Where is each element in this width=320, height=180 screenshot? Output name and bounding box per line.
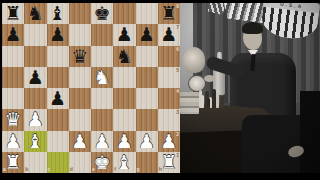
file-label-a: a	[3, 167, 6, 172]
piece-white-rook-h1[interactable]: ♜	[160, 152, 177, 171]
piece-white-queen-a3[interactable]: ♛	[5, 110, 22, 129]
square-e5[interactable]: ♞	[91, 67, 113, 88]
square-h1[interactable]: ♜h1	[158, 152, 180, 173]
piece-black-pawn-h7[interactable]: ♟	[160, 25, 177, 44]
piece-black-rook-h8[interactable]: ♜	[160, 4, 177, 23]
square-g5[interactable]	[136, 67, 158, 88]
square-c3[interactable]	[47, 109, 69, 130]
piece-white-pawn-h2[interactable]: ♟	[160, 131, 177, 150]
piece-black-pawn-f7[interactable]: ♟	[116, 25, 133, 44]
photo-vignette	[180, 3, 320, 173]
square-g7[interactable]: ♟	[136, 24, 158, 45]
chess-board[interactable]: ♜♞♝♚♜8♟♟♟♟♟7♛♞6♟♞5♟4♛♟3♟♝♟♟♟♟♟2♜abcd♚e♝f…	[2, 3, 180, 173]
square-a4[interactable]	[2, 88, 24, 109]
square-f1[interactable]: ♝f	[113, 152, 135, 173]
piece-black-pawn-a7[interactable]: ♟	[5, 25, 22, 44]
file-label-b: b	[25, 167, 28, 172]
square-f4[interactable]	[113, 88, 135, 109]
square-h4[interactable]: 4	[158, 88, 180, 109]
square-g6[interactable]	[136, 46, 158, 67]
square-c5[interactable]	[47, 67, 69, 88]
thumbnail-stage: ♜♞♝♚♜8♟♟♟♟♟7♛♞6♟♞5♟4♛♟3♟♝♟♟♟♟♟2♜abcd♚e♝f…	[0, 0, 320, 180]
piece-white-knight-e5[interactable]: ♞	[94, 67, 111, 86]
piece-black-rook-a8[interactable]: ♜	[5, 4, 22, 23]
piece-black-king-e8[interactable]: ♚	[94, 4, 111, 23]
square-b4[interactable]	[24, 88, 46, 109]
square-a7[interactable]: ♟	[2, 24, 24, 45]
square-d1[interactable]: d	[69, 152, 91, 173]
square-h7[interactable]: ♟7	[158, 24, 180, 45]
piece-black-bishop-c8[interactable]: ♝	[49, 4, 66, 23]
square-g2[interactable]: ♟	[136, 131, 158, 152]
rank-label-8: 8	[176, 4, 179, 9]
square-e6[interactable]	[91, 46, 113, 67]
square-e4[interactable]	[91, 88, 113, 109]
square-a2[interactable]: ♟	[2, 131, 24, 152]
square-b2[interactable]: ♝	[24, 131, 46, 152]
square-g4[interactable]	[136, 88, 158, 109]
square-e7[interactable]	[91, 24, 113, 45]
piece-white-pawn-a2[interactable]: ♟	[5, 131, 22, 150]
square-c8[interactable]: ♝	[47, 3, 69, 24]
piece-white-pawn-d2[interactable]: ♟	[71, 131, 88, 150]
square-c2[interactable]	[47, 131, 69, 152]
piece-white-pawn-e2[interactable]: ♟	[94, 131, 111, 150]
piece-white-bishop-b2[interactable]: ♝	[27, 131, 44, 150]
square-d2[interactable]: ♟	[69, 131, 91, 152]
square-g3[interactable]	[136, 109, 158, 130]
square-c4[interactable]: ♟	[47, 88, 69, 109]
piece-white-pawn-b3[interactable]: ♟	[27, 110, 44, 129]
square-f3[interactable]	[113, 109, 135, 130]
piece-white-pawn-g2[interactable]: ♟	[138, 131, 155, 150]
file-label-h: h	[159, 167, 162, 172]
rank-label-5: 5	[176, 68, 179, 73]
square-c7[interactable]: ♟	[47, 24, 69, 45]
square-d5[interactable]	[69, 67, 91, 88]
square-e1[interactable]: ♚e	[91, 152, 113, 173]
square-b8[interactable]: ♞	[24, 3, 46, 24]
file-label-g: g	[137, 167, 140, 172]
square-e2[interactable]: ♟	[91, 131, 113, 152]
piece-white-bishop-f1[interactable]: ♝	[116, 152, 133, 171]
piece-black-pawn-c7[interactable]: ♟	[49, 25, 66, 44]
piece-white-pawn-f2[interactable]: ♟	[116, 131, 133, 150]
square-b6[interactable]	[24, 46, 46, 67]
square-a3[interactable]: ♛	[2, 109, 24, 130]
square-b7[interactable]	[24, 24, 46, 45]
square-d6[interactable]: ♛	[69, 46, 91, 67]
square-f8[interactable]	[113, 3, 135, 24]
rank-label-2: 2	[176, 132, 179, 137]
rank-label-6: 6	[176, 47, 179, 52]
piece-white-rook-a1[interactable]: ♜	[5, 152, 22, 171]
square-d3[interactable]	[69, 109, 91, 130]
piece-black-knight-b8[interactable]: ♞	[27, 4, 44, 23]
square-f7[interactable]: ♟	[113, 24, 135, 45]
piece-black-queen-d6[interactable]: ♛	[71, 46, 88, 65]
square-c6[interactable]	[47, 46, 69, 67]
square-g8[interactable]	[136, 3, 158, 24]
rank-label-1: 1	[176, 153, 179, 158]
square-h6[interactable]: 6	[158, 46, 180, 67]
rank-label-7: 7	[176, 25, 179, 30]
square-b1[interactable]: b	[24, 152, 46, 173]
file-label-d: d	[70, 167, 73, 172]
player-photo: U.S.A	[180, 3, 320, 173]
piece-black-knight-f6[interactable]: ♞	[116, 46, 133, 65]
rank-label-4: 4	[176, 89, 179, 94]
piece-black-pawn-g7[interactable]: ♟	[138, 25, 155, 44]
square-c1[interactable]: c	[47, 152, 69, 173]
piece-white-king-e1[interactable]: ♚	[94, 152, 111, 171]
square-g1[interactable]: g	[136, 152, 158, 173]
square-e3[interactable]	[91, 109, 113, 130]
square-a8[interactable]: ♜	[2, 3, 24, 24]
file-label-e: e	[92, 167, 95, 172]
square-h5[interactable]: 5	[158, 67, 180, 88]
square-d4[interactable]	[69, 88, 91, 109]
square-a1[interactable]: ♜a	[2, 152, 24, 173]
rank-label-3: 3	[176, 110, 179, 115]
file-label-f: f	[114, 167, 116, 172]
piece-black-pawn-c4[interactable]: ♟	[49, 89, 66, 108]
piece-black-pawn-b5[interactable]: ♟	[27, 67, 44, 86]
square-d8[interactable]	[69, 3, 91, 24]
square-f5[interactable]	[113, 67, 135, 88]
file-label-c: c	[48, 167, 51, 172]
square-h3[interactable]: 3	[158, 109, 180, 130]
square-d7[interactable]	[69, 24, 91, 45]
square-b5[interactable]: ♟	[24, 67, 46, 88]
square-f2[interactable]: ♟	[113, 131, 135, 152]
square-a6[interactable]	[2, 46, 24, 67]
square-a5[interactable]	[2, 67, 24, 88]
square-h2[interactable]: ♟2	[158, 131, 180, 152]
square-h8[interactable]: ♜8	[158, 3, 180, 24]
square-e8[interactable]: ♚	[91, 3, 113, 24]
square-f6[interactable]: ♞	[113, 46, 135, 67]
square-b3[interactable]: ♟	[24, 109, 46, 130]
